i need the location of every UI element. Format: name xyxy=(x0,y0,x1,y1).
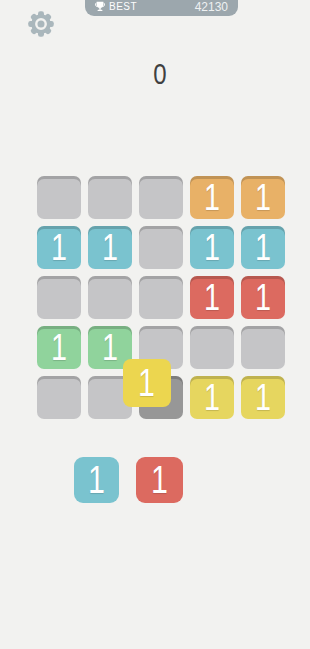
board-cell-empty[interactable] xyxy=(139,226,183,269)
board-tile-blue[interactable]: 1 xyxy=(241,226,285,269)
tile-value: 1 xyxy=(102,230,118,266)
best-score-bar: BEST 42130 xyxy=(85,0,238,16)
settings-button[interactable] xyxy=(26,9,56,39)
tile-value: 1 xyxy=(255,180,271,216)
tray-tile-2[interactable]: 1 xyxy=(136,457,183,503)
board-tile-orange[interactable]: 1 xyxy=(190,176,234,219)
board-cell-empty[interactable] xyxy=(88,276,132,319)
game-screen: BEST 42130 0 111111111111 1 1 1 xyxy=(10,0,310,649)
board-cell-empty[interactable] xyxy=(37,276,81,319)
board-cell-empty[interactable] xyxy=(139,176,183,219)
board-cell-empty[interactable] xyxy=(37,176,81,219)
tile-value: 1 xyxy=(204,380,220,416)
floating-tile[interactable]: 1 xyxy=(123,359,171,407)
tile-value: 1 xyxy=(204,180,220,216)
tile-value: 1 xyxy=(204,280,220,316)
board-tile-yellow[interactable]: 1 xyxy=(241,376,285,419)
board-cell-empty[interactable] xyxy=(139,276,183,319)
board-cell-empty[interactable] xyxy=(190,326,234,369)
board-tile-yellow[interactable]: 1 xyxy=(190,376,234,419)
board-cell-empty[interactable] xyxy=(241,326,285,369)
board-cell-empty[interactable] xyxy=(88,176,132,219)
tile-value: 1 xyxy=(102,330,118,366)
tile-value: 1 xyxy=(255,380,271,416)
board-tile-blue[interactable]: 1 xyxy=(37,226,81,269)
tile-value: 1 xyxy=(51,230,67,266)
tray-tile-1[interactable]: 1 xyxy=(74,457,119,503)
board-tile-blue[interactable]: 1 xyxy=(88,226,132,269)
tile-value: 1 xyxy=(255,280,271,316)
tile-value: 1 xyxy=(151,461,168,499)
gear-icon xyxy=(26,9,56,39)
tile-value: 1 xyxy=(255,230,271,266)
tile-value: 1 xyxy=(204,230,220,266)
best-score-value: 42130 xyxy=(195,1,228,13)
tile-value: 1 xyxy=(88,461,105,499)
trophy-icon xyxy=(94,1,106,13)
best-label: BEST xyxy=(109,1,137,13)
board-tile-blue[interactable]: 1 xyxy=(190,226,234,269)
board-tile-green[interactable]: 1 xyxy=(37,326,81,369)
tile-value: 1 xyxy=(139,364,156,402)
board-tile-red[interactable]: 1 xyxy=(190,276,234,319)
board-tile-red[interactable]: 1 xyxy=(241,276,285,319)
tile-value: 1 xyxy=(51,330,67,366)
board-tile-orange[interactable]: 1 xyxy=(241,176,285,219)
board-cell-empty[interactable] xyxy=(37,376,81,419)
current-score: 0 xyxy=(40,57,280,91)
